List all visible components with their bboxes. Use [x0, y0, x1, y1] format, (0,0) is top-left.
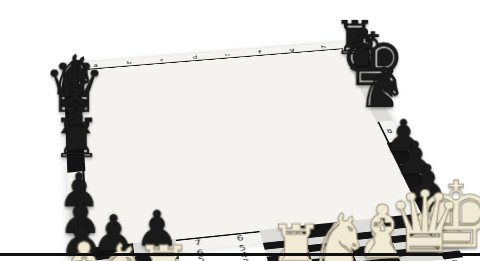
black-rook-h8[interactable]: ♜	[29, 111, 123, 165]
file-label-f-top: f	[242, 47, 277, 57]
file-label-d-top: d	[178, 53, 213, 63]
chess-set-photo: abcdefgh8♜♞♝♛♚♝♞♜87♟♟♟♟♟♟♟♟7665544332♟♟♟…	[0, 0, 480, 261]
file-label-c-top: c	[145, 55, 179, 65]
board: abcdefgh8♜♞♝♛♚♝♞♜87♟♟♟♟♟♟♟♟7665544332♟♟♟…	[63, 41, 445, 261]
file-label-g-top: g	[274, 45, 309, 55]
file-label-e-top: e	[210, 50, 245, 60]
white-bishop-f1[interactable]: ♝	[27, 233, 140, 261]
photo-bottom-border-line	[0, 253, 480, 256]
black-knight-g8[interactable]: ♞	[338, 59, 426, 115]
